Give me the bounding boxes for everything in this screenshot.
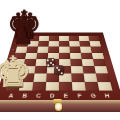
square-h2[interactable] [96, 73, 110, 81]
square-d1[interactable] [46, 82, 59, 91]
die-pip [51, 59, 53, 61]
die-pip [47, 64, 49, 66]
square-h1[interactable] [97, 82, 112, 91]
chess-set-photo: 87654321 ABCDEFGH ♜♞♝♛♚♝♞♜♟♟♟♟♟♟♟♟♟♟♟♟♟♟… [0, 0, 120, 120]
square-f2[interactable] [71, 73, 84, 81]
piece-white-rook[interactable]: ♜ [0, 62, 26, 92]
square-f1[interactable] [72, 82, 86, 91]
file-label-h: H [99, 91, 115, 100]
clasp-lock-icon[interactable] [55, 103, 62, 111]
die-pip [55, 66, 57, 68]
die-2[interactable] [53, 65, 64, 76]
square-h4[interactable] [93, 59, 106, 66]
piece-black-pawn[interactable]: ♟ [13, 25, 33, 48]
die-pip [60, 72, 62, 74]
file-label-c: C [31, 91, 46, 100]
square-h3[interactable] [94, 66, 108, 74]
square-e1[interactable] [59, 82, 72, 91]
square-c1[interactable] [32, 82, 46, 91]
square-c2[interactable] [33, 73, 46, 81]
square-f4[interactable] [70, 59, 82, 66]
square-f3[interactable] [71, 66, 84, 74]
die-pip [57, 69, 59, 71]
file-label-f: F [72, 91, 87, 100]
square-c3[interactable] [34, 66, 47, 74]
